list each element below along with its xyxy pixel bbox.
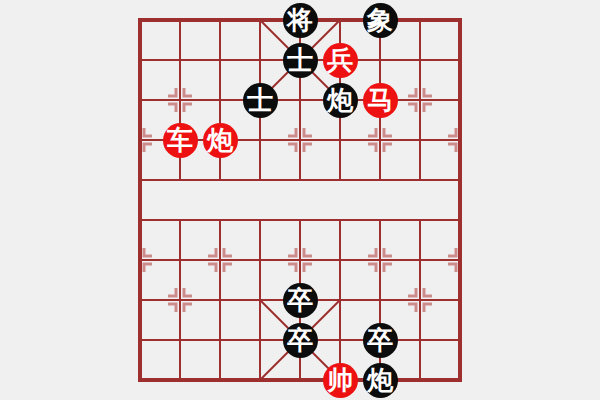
piece-red-king[interactable]: 帅: [323, 363, 358, 398]
piece-red-chariot[interactable]: 车: [163, 123, 198, 158]
piece-red-cannon[interactable]: 炮: [203, 123, 238, 158]
piece-black-advisor[interactable]: 士: [243, 83, 278, 118]
piece-black-soldier[interactable]: 卒: [283, 283, 318, 318]
piece-black-king[interactable]: 将: [283, 3, 318, 38]
piece-red-soldier[interactable]: 兵: [323, 43, 358, 78]
piece-red-horse[interactable]: 马: [363, 83, 398, 118]
piece-black-elephant[interactable]: 象: [363, 3, 398, 38]
pieces-grid: 将象士兵士炮马车炮卒卒卒帅炮: [120, 0, 480, 400]
piece-black-cannon[interactable]: 炮: [323, 83, 358, 118]
piece-black-soldier[interactable]: 卒: [363, 323, 398, 358]
xiangqi-board: 将象士兵士炮马车炮卒卒卒帅炮: [120, 0, 480, 400]
piece-black-cannon[interactable]: 炮: [363, 363, 398, 398]
xiangqi-screenshot: 将象士兵士炮马车炮卒卒卒帅炮: [0, 0, 600, 400]
piece-black-advisor[interactable]: 士: [283, 43, 318, 78]
piece-black-soldier[interactable]: 卒: [283, 323, 318, 358]
